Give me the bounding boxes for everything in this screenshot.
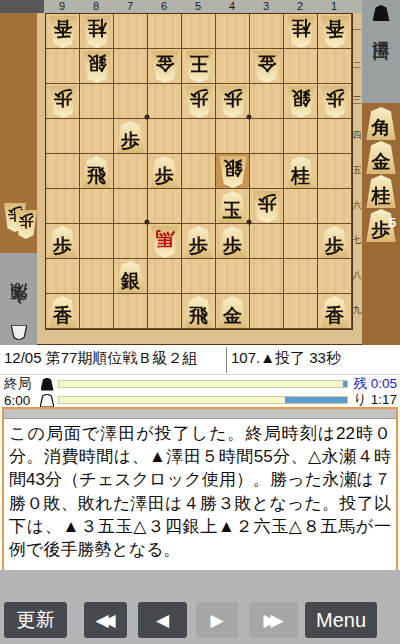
back-button[interactable]: ◀ — [138, 602, 187, 638]
gote-piece: 歩 — [320, 86, 350, 118]
sente-hand-角[interactable]: 角 — [365, 107, 397, 140]
square-3四[interactable] — [250, 119, 284, 154]
panel-grip[interactable] — [4, 409, 396, 419]
square-3七[interactable] — [250, 224, 284, 259]
forward-icon: ▶ — [210, 612, 223, 629]
sente-piece: 玉 — [218, 191, 248, 223]
gote-piece: 桂 — [286, 16, 316, 48]
sente-piece: 銀 — [116, 261, 146, 293]
square-4八[interactable] — [216, 259, 250, 294]
game-date: 12/05 — [4, 349, 42, 366]
gote-time-bar — [58, 396, 348, 404]
square-4九[interactable]: 金 — [216, 294, 250, 329]
sente-piece: 歩 — [320, 226, 350, 258]
gote-player-area: 永瀬 — [0, 253, 38, 345]
sente-piece: 飛 — [184, 296, 214, 328]
sente-hand-count: 5 — [389, 215, 396, 230]
square-3五[interactable] — [250, 154, 284, 189]
square-7九[interactable] — [114, 294, 148, 329]
square-8六[interactable] — [80, 189, 114, 224]
square-1二[interactable] — [318, 49, 352, 84]
gote-hand-歩[interactable]: 歩 — [14, 210, 38, 239]
square-2七[interactable] — [284, 224, 318, 259]
square-2六[interactable] — [284, 189, 318, 224]
square-1九[interactable]: 香 — [318, 294, 352, 329]
sente-piece: 桂 — [286, 156, 316, 188]
square-4六[interactable]: 玉 — [216, 189, 250, 224]
square-7七[interactable] — [114, 224, 148, 259]
square-4五[interactable]: 銀 — [216, 154, 250, 189]
square-7六[interactable] — [114, 189, 148, 224]
square-8四[interactable] — [80, 119, 114, 154]
square-5三[interactable]: 歩 — [182, 84, 216, 119]
gote-clock-label: 6:00 — [0, 393, 38, 408]
rewind-button[interactable]: ◀◀ — [84, 602, 127, 638]
menu-button[interactable]: Menu — [305, 602, 377, 638]
gote-piece: 桂 — [82, 16, 112, 48]
gote-piece: 馬 — [150, 226, 180, 258]
square-8八[interactable] — [80, 259, 114, 294]
back-icon: ◀ — [156, 612, 169, 629]
gote-piece: 銀 — [82, 51, 112, 83]
star-point — [145, 115, 150, 120]
rank-labels: 一二三四五六七八九 — [352, 13, 362, 328]
gote-piece: 銀 — [218, 156, 248, 188]
fast-forward-icon: ▶▶ — [263, 612, 283, 629]
commentary-text: この局面で澤田が投了した。終局時刻は22時０分。消費時間は、▲澤田５時間55分、… — [4, 419, 396, 561]
square-2八[interactable] — [284, 259, 318, 294]
sente-piece: 歩 — [184, 226, 214, 258]
square-1六[interactable] — [318, 189, 352, 224]
square-5六[interactable] — [182, 189, 216, 224]
square-2四[interactable] — [284, 119, 318, 154]
square-4二[interactable] — [216, 49, 250, 84]
square-8五[interactable]: 飛 — [80, 154, 114, 189]
gote-clock-icon — [40, 393, 54, 407]
square-8二[interactable]: 銀 — [80, 49, 114, 84]
square-9二[interactable] — [46, 49, 80, 84]
square-2三[interactable]: 銀 — [284, 84, 318, 119]
square-5二[interactable]: 王 — [182, 49, 216, 84]
square-8九[interactable] — [80, 294, 114, 329]
square-6五[interactable]: 歩 — [148, 154, 182, 189]
gote-piece: 王 — [184, 51, 214, 83]
shogi-board: 香桂桂香銀金王金歩歩歩銀歩歩飛歩銀桂玉歩歩馬歩歩歩銀香飛金香 一二三四五六七八九 — [37, 13, 362, 345]
square-3六[interactable]: 歩 — [250, 189, 284, 224]
square-2九[interactable] — [284, 294, 318, 329]
gote-clock-row: 6:00 り 1:17 — [0, 392, 400, 408]
gote-piece-icon — [11, 325, 27, 340]
square-8三[interactable] — [80, 84, 114, 119]
square-4七[interactable]: 歩 — [216, 224, 250, 259]
sente-piece-icon — [373, 5, 390, 21]
status-block: 12/05 第77期順位戦Ｂ級２組 107.▲投了 33秒 終局 残 0:05 … — [0, 345, 400, 407]
square-9四[interactable] — [46, 119, 80, 154]
fast-forward-button[interactable]: ▶▶ — [249, 602, 298, 638]
star-point — [145, 220, 150, 225]
square-3二[interactable]: 金 — [250, 49, 284, 84]
gote-player-name: 永瀬 — [8, 311, 31, 319]
sente-piece: 歩 — [150, 156, 180, 188]
square-6二[interactable]: 金 — [148, 49, 182, 84]
gote-piece: 歩 — [184, 86, 214, 118]
square-8七[interactable] — [80, 224, 114, 259]
gote-piece: 香 — [320, 16, 350, 48]
gote-piece: 金 — [252, 51, 282, 83]
square-1七[interactable]: 歩 — [318, 224, 352, 259]
shogi-live-app: 987654321 歩歩 永瀬 香桂桂香銀金王金歩歩歩銀歩歩飛歩銀桂玉歩歩馬歩歩… — [0, 0, 400, 644]
square-5一[interactable] — [182, 14, 216, 49]
gote-piece: 歩 — [48, 86, 78, 118]
square-5七[interactable]: 歩 — [182, 224, 216, 259]
square-6四[interactable] — [148, 119, 182, 154]
sente-clock-icon — [40, 377, 54, 391]
event-name: 第77期順位戦Ｂ級２組 — [46, 349, 198, 366]
sente-piece: 金 — [218, 296, 248, 328]
sente-piece: 飛 — [82, 156, 112, 188]
sente-piece: 香 — [48, 296, 78, 328]
commentary-panel[interactable]: この局面で澤田が投了した。終局時刻は22時０分。消費時間は、▲澤田５時間55分、… — [2, 407, 398, 572]
sente-piece: 香 — [320, 296, 350, 328]
rewind-icon: ◀◀ — [95, 612, 115, 629]
gote-captured-tray[interactable]: 歩歩 — [0, 13, 38, 253]
square-1一[interactable]: 香 — [318, 14, 352, 49]
square-5八[interactable] — [182, 259, 216, 294]
square-6一[interactable] — [148, 14, 182, 49]
separator-line — [0, 374, 400, 375]
gote-piece: 歩 — [252, 191, 282, 223]
square-5九[interactable]: 飛 — [182, 294, 216, 329]
file-label-band: 987654321 — [0, 0, 400, 13]
sente-captured-tray[interactable]: 角金桂歩5 — [362, 103, 400, 345]
square-7一[interactable] — [114, 14, 148, 49]
square-4一[interactable] — [216, 14, 250, 49]
square-3九[interactable] — [250, 294, 284, 329]
square-9一[interactable]: 香 — [46, 14, 80, 49]
square-6七[interactable]: 馬 — [148, 224, 182, 259]
sente-player-name: 澤田 — [370, 27, 393, 35]
square-8一[interactable]: 桂 — [80, 14, 114, 49]
star-point — [247, 220, 252, 225]
square-3一[interactable] — [250, 14, 284, 49]
square-6九[interactable] — [148, 294, 182, 329]
square-7二[interactable] — [114, 49, 148, 84]
square-1五[interactable] — [318, 154, 352, 189]
square-6三[interactable] — [148, 84, 182, 119]
gote-piece: 金 — [150, 51, 180, 83]
move-info: 107.▲投了 33秒 — [231, 349, 341, 368]
square-6六[interactable] — [148, 189, 182, 224]
square-9六[interactable] — [46, 189, 80, 224]
square-1三[interactable]: 歩 — [318, 84, 352, 119]
square-1四[interactable] — [318, 119, 352, 154]
square-9八[interactable] — [46, 259, 80, 294]
square-7四[interactable]: 歩 — [114, 119, 148, 154]
star-point — [247, 115, 252, 120]
sente-piece: 歩 — [218, 226, 248, 258]
sente-player-area: 澤田 — [362, 0, 400, 103]
square-3八[interactable] — [250, 259, 284, 294]
square-6八[interactable] — [148, 259, 182, 294]
forward-button[interactable]: ▶ — [196, 602, 238, 638]
sente-clock-label: 終局 — [0, 375, 38, 393]
square-2一[interactable]: 桂 — [284, 14, 318, 49]
board-grid: 香桂桂香銀金王金歩歩歩銀歩歩飛歩銀桂玉歩歩馬歩歩歩銀香飛金香 — [45, 13, 353, 330]
game-title: 12/05 第77期順位戦Ｂ級２組 — [4, 349, 197, 368]
square-7三[interactable] — [114, 84, 148, 119]
gote-piece: 香 — [48, 16, 78, 48]
square-9五[interactable] — [46, 154, 80, 189]
sente-piece: 歩 — [48, 226, 78, 258]
file-labels: 987654321 — [45, 0, 351, 13]
update-button[interactable]: 更新 — [4, 602, 67, 638]
status-divider — [226, 347, 227, 373]
top-left-corner — [0, 0, 44, 13]
square-9九[interactable]: 香 — [46, 294, 80, 329]
square-5四[interactable] — [182, 119, 216, 154]
square-7五[interactable] — [114, 154, 148, 189]
square-2二[interactable] — [284, 49, 318, 84]
square-9三[interactable]: 歩 — [46, 84, 80, 119]
sente-hand-金[interactable]: 金 — [365, 141, 397, 174]
square-1八[interactable] — [318, 259, 352, 294]
square-4三[interactable]: 歩 — [216, 84, 250, 119]
sente-clock-row: 終局 残 0:05 — [0, 376, 400, 392]
square-5五[interactable] — [182, 154, 216, 189]
square-3三[interactable] — [250, 84, 284, 119]
square-7八[interactable]: 銀 — [114, 259, 148, 294]
gote-piece: 歩 — [218, 86, 248, 118]
gote-piece: 銀 — [286, 86, 316, 118]
sente-piece: 歩 — [116, 121, 146, 153]
square-4四[interactable] — [216, 119, 250, 154]
sente-hand-桂[interactable]: 桂 — [365, 175, 397, 208]
toolbar: 更新 ◀◀ ◀ ▶ ▶▶ Menu — [0, 570, 400, 644]
square-2五[interactable]: 桂 — [284, 154, 318, 189]
square-9七[interactable]: 歩 — [46, 224, 80, 259]
sente-time-bar — [58, 380, 348, 388]
